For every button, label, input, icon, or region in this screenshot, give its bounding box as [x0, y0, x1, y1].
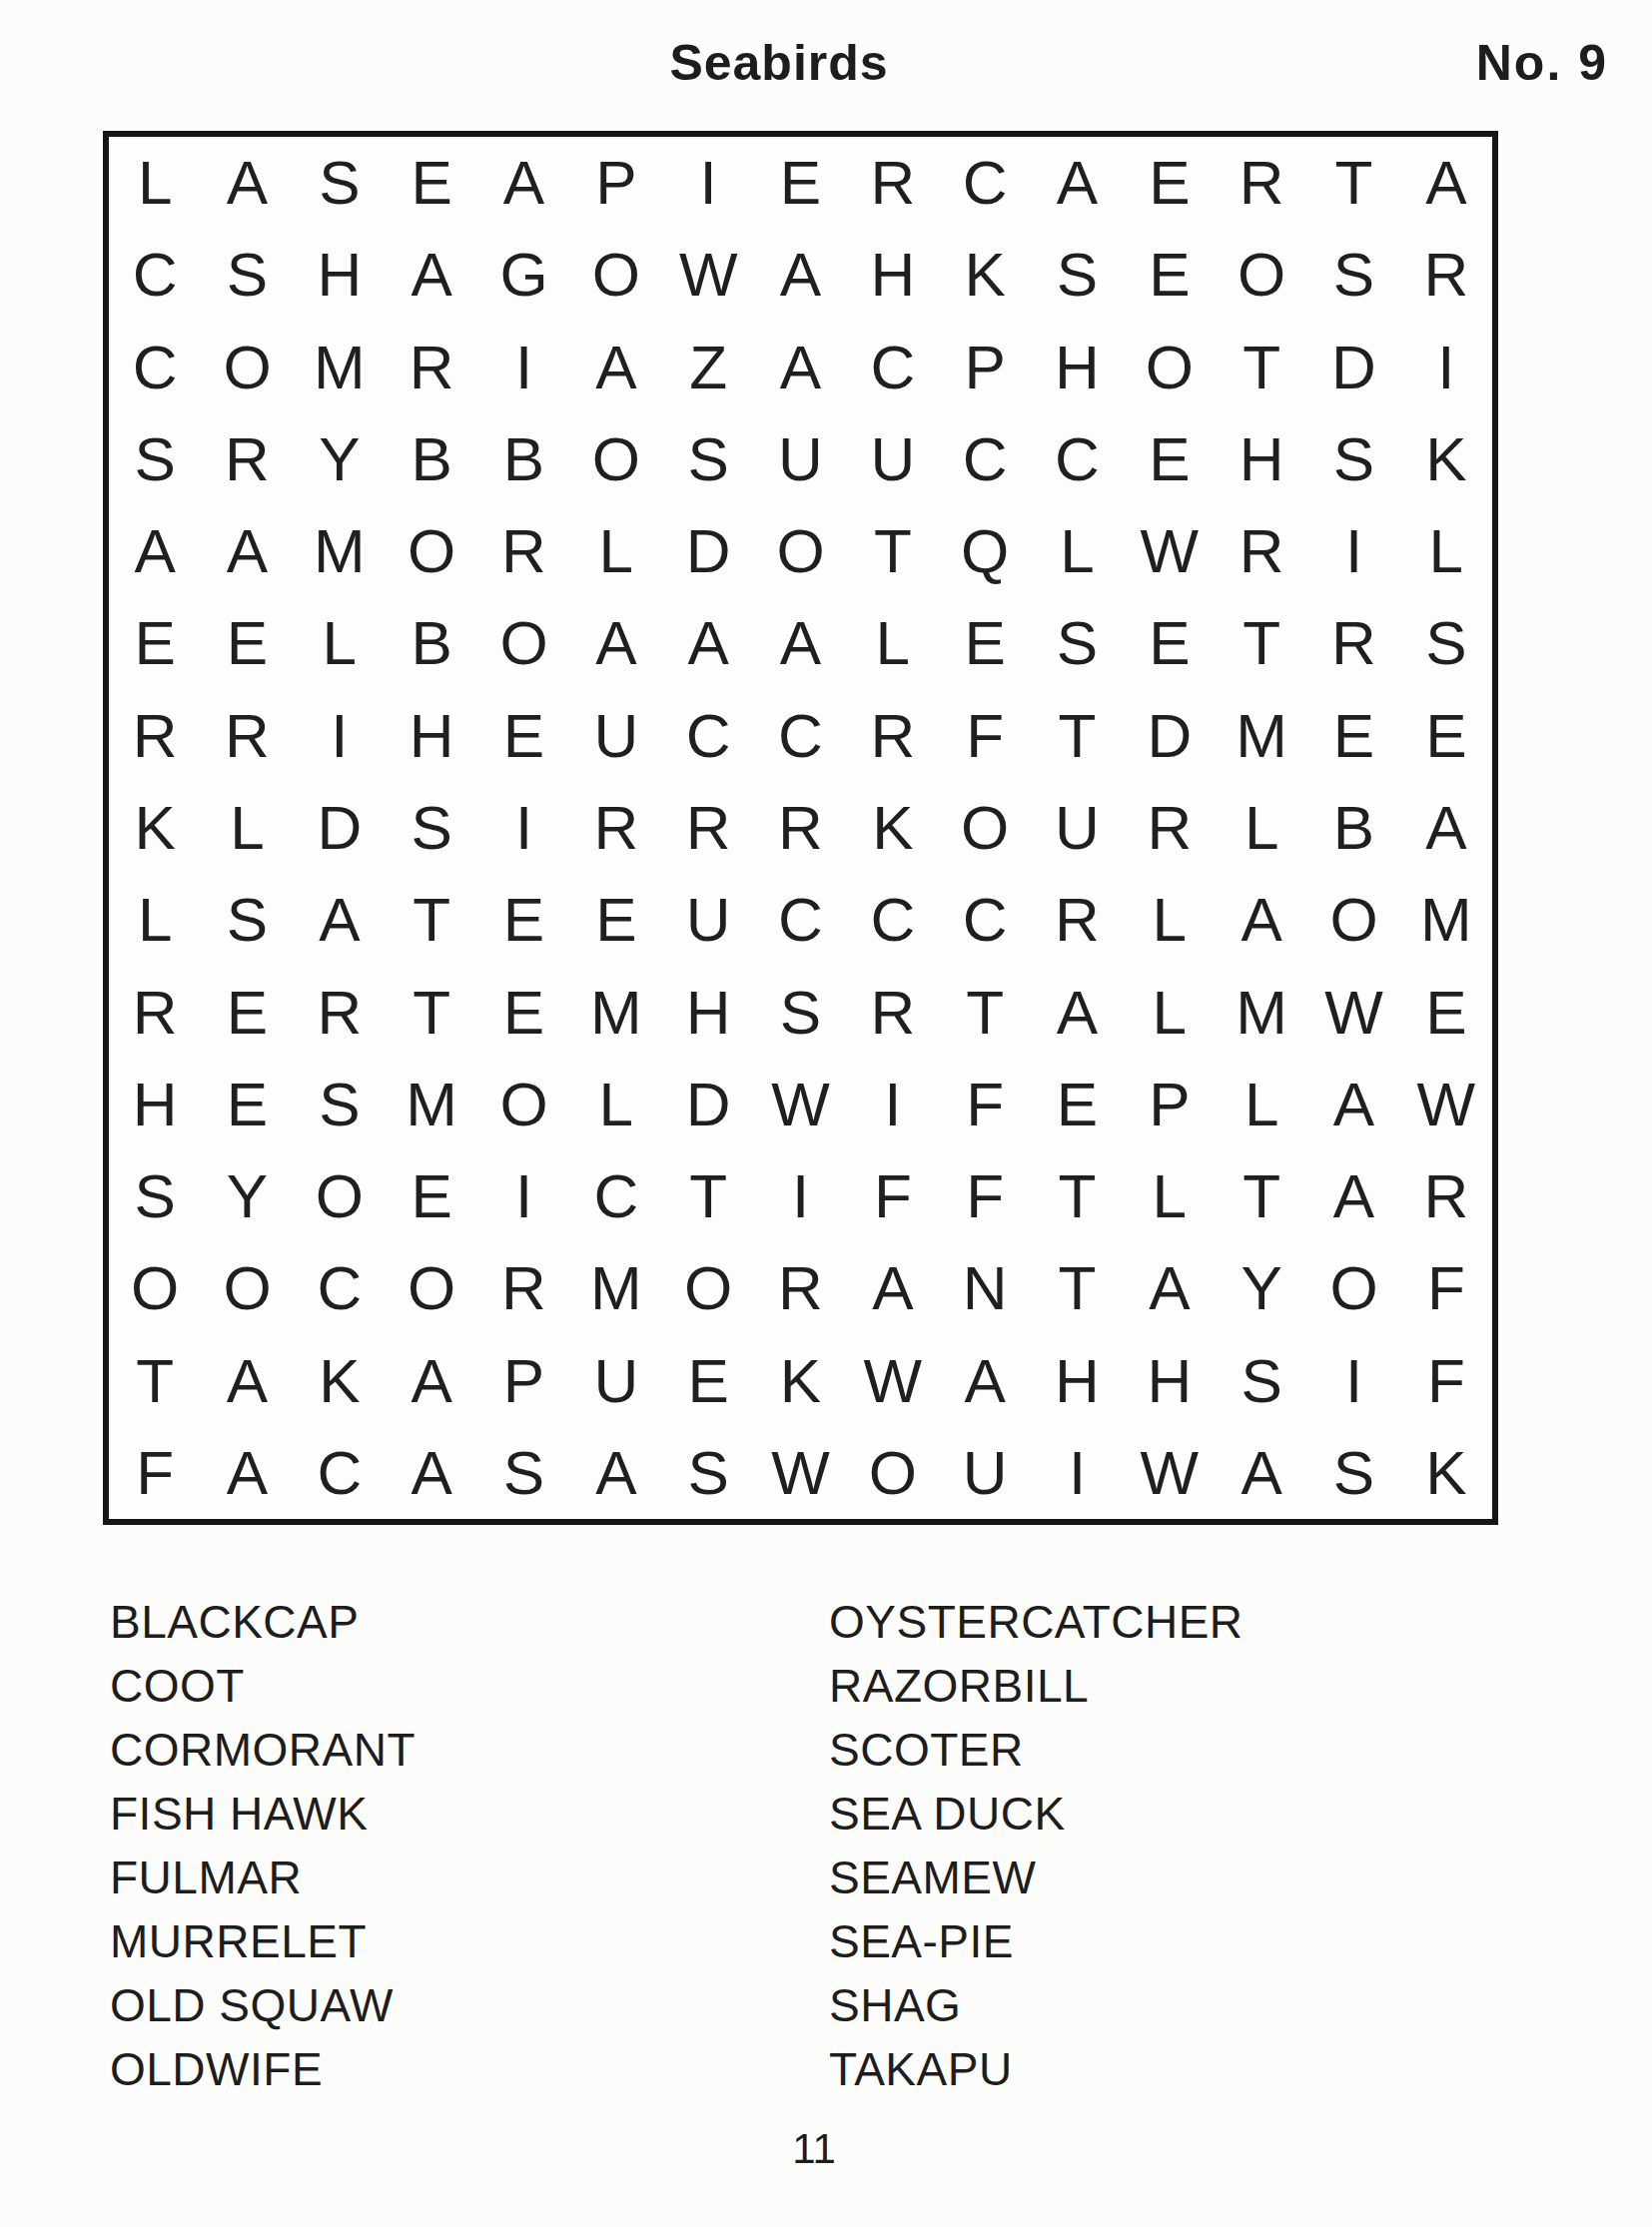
grid-cell-r13c10[interactable]: N — [939, 1242, 1031, 1334]
grid-cell-r4c7[interactable]: S — [662, 413, 754, 505]
grid-cell-r8c10[interactable]: O — [939, 782, 1031, 874]
word-item: SEA-PIE — [829, 1909, 1243, 1973]
grid-cell-r14c12[interactable]: H — [1124, 1334, 1216, 1426]
grid-cell-r11c8[interactable]: W — [754, 1059, 846, 1150]
grid-cell-r4c12[interactable]: E — [1124, 413, 1216, 505]
grid-cell-r9c14[interactable]: O — [1307, 874, 1399, 966]
grid-cell-r7c7[interactable]: C — [662, 690, 754, 782]
grid-cell-r15c1[interactable]: F — [109, 1427, 201, 1519]
grid-cell-r6c13[interactable]: T — [1216, 597, 1307, 689]
grid-cell-r8c4[interactable]: S — [386, 782, 477, 874]
grid-cell-r8c5[interactable]: I — [477, 782, 569, 874]
grid-cell-r10c6[interactable]: M — [570, 966, 662, 1058]
grid-cell-r6c9[interactable]: L — [847, 597, 939, 689]
grid-cell-r10c13[interactable]: M — [1216, 966, 1307, 1058]
grid-cell-r7c3[interactable]: I — [294, 690, 386, 782]
grid-cell-r11c4[interactable]: M — [386, 1059, 477, 1150]
grid-cell-r11c14[interactable]: A — [1307, 1059, 1399, 1150]
grid-cell-r11c10[interactable]: F — [939, 1059, 1031, 1150]
grid-cell-r15c4[interactable]: A — [386, 1427, 477, 1519]
grid-cell-r7c10[interactable]: F — [939, 690, 1031, 782]
grid-cell-r9c4[interactable]: T — [386, 874, 477, 966]
grid-cell-r5c11[interactable]: L — [1031, 505, 1123, 597]
grid-cell-r1c10[interactable]: C — [939, 137, 1031, 229]
grid-cell-r15c13[interactable]: A — [1216, 1427, 1307, 1519]
grid-cell-r14c10[interactable]: A — [939, 1334, 1031, 1426]
grid-cell-r14c6[interactable]: U — [570, 1334, 662, 1426]
grid-cell-r14c13[interactable]: S — [1216, 1334, 1307, 1426]
grid-cell-r15c14[interactable]: S — [1307, 1427, 1399, 1519]
grid-cell-r8c2[interactable]: L — [201, 782, 293, 874]
grid-cell-r6c3[interactable]: L — [294, 597, 386, 689]
grid-cell-r13c8[interactable]: R — [754, 1242, 846, 1334]
grid-cell-r12c9[interactable]: F — [847, 1150, 939, 1242]
word-item: OYSTERCATCHER — [829, 1590, 1243, 1654]
grid-cell-r6c2[interactable]: E — [201, 597, 293, 689]
grid-cell-r6c7[interactable]: A — [662, 597, 754, 689]
grid-cell-r6c12[interactable]: E — [1124, 597, 1216, 689]
grid-cell-r2c9[interactable]: H — [847, 229, 939, 321]
grid-cell-r5c10[interactable]: Q — [939, 505, 1031, 597]
word-item: RAZORBILL — [829, 1654, 1243, 1718]
word-item: SCOTER — [829, 1718, 1243, 1782]
grid-cell-r7c15[interactable]: E — [1400, 690, 1492, 782]
puzzle-number: No. 9 — [1476, 34, 1608, 92]
grid-cell-r9c2[interactable]: S — [201, 874, 293, 966]
grid-cell-r11c3[interactable]: S — [294, 1059, 386, 1150]
grid-cell-r10c14[interactable]: W — [1307, 966, 1399, 1058]
grid-cell-r11c9[interactable]: I — [847, 1059, 939, 1150]
grid-cell-r13c13[interactable]: Y — [1216, 1242, 1307, 1334]
grid-cell-r6c1[interactable]: E — [109, 597, 201, 689]
word-item: SEAMEW — [829, 1846, 1243, 1909]
word-list-right: OYSTERCATCHERRAZORBILLSCOTERSEA DUCKSEAM… — [829, 1590, 1243, 2101]
grid-cell-r5c3[interactable]: M — [294, 505, 386, 597]
grid-cell-r15c11[interactable]: I — [1031, 1427, 1123, 1519]
page-number: 11 — [0, 2125, 1628, 2173]
grid-cell-r10c15[interactable]: E — [1400, 966, 1492, 1058]
grid-cell-r15c12[interactable]: W — [1124, 1427, 1216, 1519]
grid-cell-r1c3[interactable]: S — [294, 137, 386, 229]
word-item: SHAG — [829, 1973, 1243, 2037]
grid-cell-r4c4[interactable]: B — [386, 413, 477, 505]
grid-cell-r15c3[interactable]: C — [294, 1427, 386, 1519]
grid-cell-r12c4[interactable]: E — [386, 1150, 477, 1242]
grid-cell-r12c15[interactable]: R — [1400, 1150, 1492, 1242]
grid-cell-r3c11[interactable]: H — [1031, 322, 1123, 413]
grid-cell-r8c14[interactable]: B — [1307, 782, 1399, 874]
grid-cell-r4c13[interactable]: H — [1216, 413, 1307, 505]
grid-cell-r15c6[interactable]: A — [570, 1427, 662, 1519]
grid-cell-r15c5[interactable]: S — [477, 1427, 569, 1519]
grid-cell-r10c5[interactable]: E — [477, 966, 569, 1058]
word-item: FISH HAWK — [110, 1782, 415, 1846]
grid-cell-r13c15[interactable]: F — [1400, 1242, 1492, 1334]
grid-cell-r5c6[interactable]: L — [570, 505, 662, 597]
grid-cell-r3c4[interactable]: R — [386, 322, 477, 413]
grid-cell-r4c11[interactable]: C — [1031, 413, 1123, 505]
grid-cell-r3c2[interactable]: O — [201, 322, 293, 413]
grid-cell-r12c13[interactable]: T — [1216, 1150, 1307, 1242]
grid-cell-r1c9[interactable]: R — [847, 137, 939, 229]
grid-cell-r10c11[interactable]: A — [1031, 966, 1123, 1058]
grid-cell-r11c12[interactable]: P — [1124, 1059, 1216, 1150]
grid-cell-r12c11[interactable]: T — [1031, 1150, 1123, 1242]
grid-cell-r9c13[interactable]: A — [1216, 874, 1307, 966]
grid-cell-r1c8[interactable]: E — [754, 137, 846, 229]
grid-cell-r2c11[interactable]: S — [1031, 229, 1123, 321]
grid-cell-r3c6[interactable]: A — [570, 322, 662, 413]
grid-cell-r10c9[interactable]: R — [847, 966, 939, 1058]
grid-cell-r13c2[interactable]: O — [201, 1242, 293, 1334]
grid-cell-r6c10[interactable]: E — [939, 597, 1031, 689]
grid-cell-r15c7[interactable]: S — [662, 1427, 754, 1519]
grid-cell-r8c8[interactable]: R — [754, 782, 846, 874]
grid-cell-r1c4[interactable]: E — [386, 137, 477, 229]
word-item: SEA DUCK — [829, 1782, 1243, 1846]
grid-cell-r14c5[interactable]: P — [477, 1334, 569, 1426]
grid-cell-r3c1[interactable]: C — [109, 322, 201, 413]
grid-cell-r9c3[interactable]: A — [294, 874, 386, 966]
grid-cell-r4c9[interactable]: U — [847, 413, 939, 505]
grid-cell-r9c10[interactable]: C — [939, 874, 1031, 966]
grid-cell-r2c1[interactable]: C — [109, 229, 201, 321]
grid-cell-r1c2[interactable]: A — [201, 137, 293, 229]
grid-cell-r13c9[interactable]: A — [847, 1242, 939, 1334]
grid-cell-r7c14[interactable]: E — [1307, 690, 1399, 782]
grid-cell-r4c1[interactable]: S — [109, 413, 201, 505]
grid-cell-r12c10[interactable]: F — [939, 1150, 1031, 1242]
grid-cell-r11c15[interactable]: W — [1400, 1059, 1492, 1150]
grid-cell-r8c13[interactable]: L — [1216, 782, 1307, 874]
grid-cell-r9c6[interactable]: E — [570, 874, 662, 966]
grid-cell-r14c3[interactable]: K — [294, 1334, 386, 1426]
grid-cell-r8c15[interactable]: A — [1400, 782, 1492, 874]
grid-cell-r14c11[interactable]: H — [1031, 1334, 1123, 1426]
grid-cell-r3c3[interactable]: M — [294, 322, 386, 413]
grid-cell-r15c10[interactable]: U — [939, 1427, 1031, 1519]
grid-cell-r1c14[interactable]: T — [1307, 137, 1399, 229]
grid-cell-r13c11[interactable]: T — [1031, 1242, 1123, 1334]
grid-cell-r1c7[interactable]: I — [662, 137, 754, 229]
grid-cell-r13c7[interactable]: O — [662, 1242, 754, 1334]
grid-cell-r5c4[interactable]: O — [386, 505, 477, 597]
grid-cell-r5c1[interactable]: A — [109, 505, 201, 597]
grid: LASEAPIERCAERTACSHAGOWAHKSEOSRCOMRIAZACP… — [103, 131, 1498, 1525]
grid-cell-r11c11[interactable]: E — [1031, 1059, 1123, 1150]
grid-cell-r15c9[interactable]: O — [847, 1427, 939, 1519]
grid-cell-r2c12[interactable]: E — [1124, 229, 1216, 321]
word-item: COOT — [110, 1654, 415, 1718]
grid-cell-r1c5[interactable]: A — [477, 137, 569, 229]
grid-cell-r8c11[interactable]: U — [1031, 782, 1123, 874]
grid-cell-r1c6[interactable]: P — [570, 137, 662, 229]
grid-cell-r4c6[interactable]: O — [570, 413, 662, 505]
grid-cell-r5c14[interactable]: I — [1307, 505, 1399, 597]
grid-cell-r14c1[interactable]: T — [109, 1334, 201, 1426]
grid-cell-r10c8[interactable]: S — [754, 966, 846, 1058]
grid-cell-r7c9[interactable]: R — [847, 690, 939, 782]
grid-cell-r3c14[interactable]: D — [1307, 322, 1399, 413]
grid-cell-r1c11[interactable]: A — [1031, 137, 1123, 229]
grid-cell-r12c7[interactable]: T — [662, 1150, 754, 1242]
grid-cell-r7c11[interactable]: T — [1031, 690, 1123, 782]
grid-cell-r6c6[interactable]: A — [570, 597, 662, 689]
grid-cell-r4c5[interactable]: B — [477, 413, 569, 505]
grid-cell-r1c13[interactable]: R — [1216, 137, 1307, 229]
grid-cell-r9c7[interactable]: U — [662, 874, 754, 966]
grid-cell-r14c15[interactable]: F — [1400, 1334, 1492, 1426]
grid-cell-r12c12[interactable]: L — [1124, 1150, 1216, 1242]
grid-cell-r10c3[interactable]: R — [294, 966, 386, 1058]
grid-cell-r3c7[interactable]: Z — [662, 322, 754, 413]
grid-cell-r12c5[interactable]: I — [477, 1150, 569, 1242]
grid-cell-r7c13[interactable]: M — [1216, 690, 1307, 782]
grid-cell-r5c2[interactable]: A — [201, 505, 293, 597]
grid-cell-r4c3[interactable]: Y — [294, 413, 386, 505]
grid-cell-r14c4[interactable]: A — [386, 1334, 477, 1426]
grid-cell-r8c12[interactable]: R — [1124, 782, 1216, 874]
grid-cell-r7c5[interactable]: E — [477, 690, 569, 782]
grid-cell-r10c2[interactable]: E — [201, 966, 293, 1058]
word-item: MURRELET — [110, 1909, 415, 1973]
grid-cell-r8c9[interactable]: K — [847, 782, 939, 874]
grid-cell-r4c10[interactable]: C — [939, 413, 1031, 505]
grid-cell-r12c14[interactable]: A — [1307, 1150, 1399, 1242]
grid-cell-r2c2[interactable]: S — [201, 229, 293, 321]
grid-cell-r6c11[interactable]: S — [1031, 597, 1123, 689]
grid-cell-r5c13[interactable]: R — [1216, 505, 1307, 597]
grid-cell-r6c15[interactable]: S — [1400, 597, 1492, 689]
grid-cell-r7c1[interactable]: R — [109, 690, 201, 782]
grid-cell-r3c12[interactable]: O — [1124, 322, 1216, 413]
grid-cell-r13c14[interactable]: O — [1307, 1242, 1399, 1334]
grid-cell-r10c7[interactable]: H — [662, 966, 754, 1058]
grid-cell-r13c12[interactable]: A — [1124, 1242, 1216, 1334]
grid-cell-r14c14[interactable]: I — [1307, 1334, 1399, 1426]
grid-cell-r4c15[interactable]: K — [1400, 413, 1492, 505]
grid-cell-r3c13[interactable]: T — [1216, 322, 1307, 413]
grid-cell-r5c12[interactable]: W — [1124, 505, 1216, 597]
grid-cell-r13c4[interactable]: O — [386, 1242, 477, 1334]
grid-cell-r2c14[interactable]: S — [1307, 229, 1399, 321]
grid-cell-r8c6[interactable]: R — [570, 782, 662, 874]
grid-cell-r14c7[interactable]: E — [662, 1334, 754, 1426]
grid-cell-r7c4[interactable]: H — [386, 690, 477, 782]
grid-cell-r9c5[interactable]: E — [477, 874, 569, 966]
grid-cell-r4c8[interactable]: U — [754, 413, 846, 505]
grid-cell-r3c8[interactable]: A — [754, 322, 846, 413]
grid-cell-r2c15[interactable]: R — [1400, 229, 1492, 321]
grid-cell-r9c11[interactable]: R — [1031, 874, 1123, 966]
grid-cell-r5c8[interactable]: O — [754, 505, 846, 597]
word-item: BLACKCAP — [110, 1590, 415, 1654]
word-item: FULMAR — [110, 1846, 415, 1909]
grid-cell-r9c1[interactable]: L — [109, 874, 201, 966]
grid-cell-r15c8[interactable]: W — [754, 1427, 846, 1519]
grid-cell-r9c8[interactable]: C — [754, 874, 846, 966]
grid-cell-r11c1[interactable]: H — [109, 1059, 201, 1150]
grid-cell-r9c9[interactable]: C — [847, 874, 939, 966]
grid-cell-r1c1[interactable]: L — [109, 137, 201, 229]
grid-cell-r11c7[interactable]: D — [662, 1059, 754, 1150]
grid-cell-r1c15[interactable]: A — [1400, 137, 1492, 229]
grid-cell-r9c12[interactable]: L — [1124, 874, 1216, 966]
page-title: Seabirds — [0, 34, 1558, 92]
grid-cell-r11c13[interactable]: L — [1216, 1059, 1307, 1150]
word-item: OLD SQUAW — [110, 1973, 415, 2037]
word-item: CORMORANT — [110, 1718, 415, 1782]
grid-cell-r12c6[interactable]: C — [570, 1150, 662, 1242]
grid-cell-r9c15[interactable]: M — [1400, 874, 1492, 966]
word-item: TAKAPU — [829, 2037, 1243, 2101]
grid-cell-r15c15[interactable]: K — [1400, 1427, 1492, 1519]
grid-cell-r13c1[interactable]: O — [109, 1242, 201, 1334]
grid-cell-r5c5[interactable]: R — [477, 505, 569, 597]
grid-cell-r10c12[interactable]: L — [1124, 966, 1216, 1058]
grid-cell-r3c10[interactable]: P — [939, 322, 1031, 413]
word-list-left: BLACKCAPCOOTCORMORANTFISH HAWKFULMARMURR… — [110, 1590, 415, 2101]
grid-cell-r10c4[interactable]: T — [386, 966, 477, 1058]
grid-cell-r13c6[interactable]: M — [570, 1242, 662, 1334]
grid-cell-r8c1[interactable]: K — [109, 782, 201, 874]
grid-cell-r10c1[interactable]: R — [109, 966, 201, 1058]
grid-cell-r8c3[interactable]: D — [294, 782, 386, 874]
grid-cell-r5c7[interactable]: D — [662, 505, 754, 597]
grid-cell-r6c4[interactable]: B — [386, 597, 477, 689]
grid-cell-r2c4[interactable]: A — [386, 229, 477, 321]
grid-cell-r7c12[interactable]: D — [1124, 690, 1216, 782]
grid-cell-r1c12[interactable]: E — [1124, 137, 1216, 229]
grid-cell-r2c3[interactable]: H — [294, 229, 386, 321]
grid-cell-r11c6[interactable]: L — [570, 1059, 662, 1150]
grid-cell-r3c5[interactable]: I — [477, 322, 569, 413]
grid-cell-r3c15[interactable]: I — [1400, 322, 1492, 413]
grid-cell-r10c10[interactable]: T — [939, 966, 1031, 1058]
grid-cell-r2c8[interactable]: A — [754, 229, 846, 321]
grid-cell-r2c7[interactable]: W — [662, 229, 754, 321]
grid-cell-r5c9[interactable]: T — [847, 505, 939, 597]
grid-cell-r12c2[interactable]: Y — [201, 1150, 293, 1242]
grid-cell-r6c5[interactable]: O — [477, 597, 569, 689]
grid-cell-r3c9[interactable]: C — [847, 322, 939, 413]
grid-cell-r6c8[interactable]: A — [754, 597, 846, 689]
grid-cell-r2c13[interactable]: O — [1216, 229, 1307, 321]
grid-cell-r7c8[interactable]: C — [754, 690, 846, 782]
grid-cell-r8c7[interactable]: R — [662, 782, 754, 874]
grid-cell-r2c5[interactable]: G — [477, 229, 569, 321]
grid-cell-r12c3[interactable]: O — [294, 1150, 386, 1242]
grid-cell-r2c10[interactable]: K — [939, 229, 1031, 321]
grid-cell-r14c8[interactable]: K — [754, 1334, 846, 1426]
grid-cell-r4c2[interactable]: R — [201, 413, 293, 505]
grid-cell-r13c3[interactable]: C — [294, 1242, 386, 1334]
grid-cell-r14c9[interactable]: W — [847, 1334, 939, 1426]
grid-cell-r5c15[interactable]: L — [1400, 505, 1492, 597]
grid-cell-r11c2[interactable]: E — [201, 1059, 293, 1150]
grid-cell-r14c2[interactable]: A — [201, 1334, 293, 1426]
grid-cell-r12c8[interactable]: I — [754, 1150, 846, 1242]
grid-cell-r7c2[interactable]: R — [201, 690, 293, 782]
grid-cell-r13c5[interactable]: R — [477, 1242, 569, 1334]
page: Seabirds No. 9 LASEAPIERCAERTACSHAGOWAHK… — [0, 0, 1652, 2227]
grid-cell-r7c6[interactable]: U — [570, 690, 662, 782]
grid-cell-r15c2[interactable]: A — [201, 1427, 293, 1519]
grid-cell-r4c14[interactable]: S — [1307, 413, 1399, 505]
grid-cell-r12c1[interactable]: S — [109, 1150, 201, 1242]
grid-cell-r2c6[interactable]: O — [570, 229, 662, 321]
grid-cell-r11c5[interactable]: O — [477, 1059, 569, 1150]
word-item: OLDWIFE — [110, 2037, 415, 2101]
grid-cell-r6c14[interactable]: R — [1307, 597, 1399, 689]
